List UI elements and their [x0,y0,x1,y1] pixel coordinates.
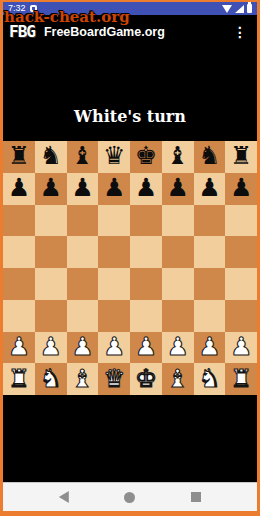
square-c2[interactable]: ♟ [67,332,99,364]
square-b4[interactable] [35,268,67,300]
piece-black-pawn: ♟ [166,175,188,200]
square-e3[interactable] [130,300,162,332]
square-f4[interactable] [162,268,194,300]
square-b7[interactable]: ♟ [35,173,67,205]
square-f8[interactable]: ♝ [162,141,194,173]
square-g3[interactable] [194,300,226,332]
piece-black-pawn: ♟ [39,175,61,200]
square-d8[interactable]: ♛ [98,141,130,173]
square-h5[interactable] [225,236,257,268]
piece-black-bishop: ♝ [71,143,93,168]
square-h4[interactable] [225,268,257,300]
home-button-icon[interactable] [124,492,135,503]
square-h2[interactable]: ♟ [225,332,257,364]
chess-board[interactable]: ♜♞♝♛♚♝♞♜♟♟♟♟♟♟♟♟♟♟♟♟♟♟♟♟♜♞♝♛♚♝♞♜ [3,141,257,395]
piece-white-pawn: ♟ [230,334,252,359]
square-a6[interactable] [3,205,35,237]
piece-white-king: ♚ [135,366,157,391]
square-c1[interactable]: ♝ [67,363,99,395]
square-c4[interactable] [67,268,99,300]
status-icons [222,4,252,13]
turn-banner: White's turn [3,48,257,141]
overflow-menu-icon[interactable]: ⋮ [233,25,247,39]
piece-white-knight: ♞ [39,366,61,391]
square-h3[interactable] [225,300,257,332]
square-f5[interactable] [162,236,194,268]
piece-black-king: ♚ [135,143,157,168]
square-a2[interactable]: ♟ [3,332,35,364]
android-nav-bar [3,482,257,511]
piece-black-rook: ♜ [230,143,252,168]
piece-white-knight: ♞ [198,366,220,391]
square-b5[interactable] [35,236,67,268]
square-a5[interactable] [3,236,35,268]
piece-black-pawn: ♟ [71,175,93,200]
piece-black-knight: ♞ [39,143,61,168]
square-b8[interactable]: ♞ [35,141,67,173]
square-g8[interactable]: ♞ [194,141,226,173]
square-e6[interactable] [130,205,162,237]
square-f7[interactable]: ♟ [162,173,194,205]
piece-black-pawn: ♟ [103,175,125,200]
piece-white-queen: ♛ [103,366,125,391]
square-a7[interactable]: ♟ [3,173,35,205]
square-a8[interactable]: ♜ [3,141,35,173]
piece-white-pawn: ♟ [39,334,61,359]
piece-white-pawn: ♟ [198,334,220,359]
square-c5[interactable] [67,236,99,268]
app-title: FreeBoardGame.org [44,25,165,39]
square-f3[interactable] [162,300,194,332]
square-a1[interactable]: ♜ [3,363,35,395]
square-g1[interactable]: ♞ [194,363,226,395]
square-e1[interactable]: ♚ [130,363,162,395]
square-e5[interactable] [130,236,162,268]
piece-black-bishop: ♝ [166,143,188,168]
wifi-icon [222,5,232,13]
square-d2[interactable]: ♟ [98,332,130,364]
square-e2[interactable]: ♟ [130,332,162,364]
piece-black-pawn: ♟ [230,175,252,200]
square-b1[interactable]: ♞ [35,363,67,395]
watermark-text: hack-cheat.org [4,8,130,26]
square-c3[interactable] [67,300,99,332]
square-g4[interactable] [194,268,226,300]
phone-screen: hack-cheat.org 7:32 FBG FreeBoardGame.or… [0,0,260,516]
piece-black-knight: ♞ [198,143,220,168]
piece-white-pawn: ♟ [135,334,157,359]
signal-icon [235,5,244,13]
square-c6[interactable] [67,205,99,237]
square-d1[interactable]: ♛ [98,363,130,395]
square-b6[interactable] [35,205,67,237]
square-c7[interactable]: ♟ [67,173,99,205]
square-d7[interactable]: ♟ [98,173,130,205]
square-d5[interactable] [98,236,130,268]
square-b3[interactable] [35,300,67,332]
square-b2[interactable]: ♟ [35,332,67,364]
piece-white-pawn: ♟ [166,334,188,359]
square-g7[interactable]: ♟ [194,173,226,205]
square-g6[interactable] [194,205,226,237]
square-h6[interactable] [225,205,257,237]
piece-white-rook: ♜ [230,366,252,391]
square-g5[interactable] [194,236,226,268]
square-d6[interactable] [98,205,130,237]
square-c8[interactable]: ♝ [67,141,99,173]
square-a3[interactable] [3,300,35,332]
piece-black-pawn: ♟ [198,175,220,200]
square-a4[interactable] [3,268,35,300]
recent-apps-icon[interactable] [191,492,201,502]
square-h7[interactable]: ♟ [225,173,257,205]
back-button-icon[interactable] [59,491,69,503]
square-e8[interactable]: ♚ [130,141,162,173]
piece-black-rook: ♜ [8,143,30,168]
square-h1[interactable]: ♜ [225,363,257,395]
square-h8[interactable]: ♜ [225,141,257,173]
square-g2[interactable]: ♟ [194,332,226,364]
lower-black-area [3,395,257,482]
piece-white-pawn: ♟ [103,334,125,359]
piece-white-bishop: ♝ [166,366,188,391]
square-f1[interactable]: ♝ [162,363,194,395]
square-d4[interactable] [98,268,130,300]
piece-white-pawn: ♟ [8,334,30,359]
square-f6[interactable] [162,205,194,237]
square-d3[interactable] [98,300,130,332]
turn-text: White's turn [74,107,186,126]
square-e7[interactable]: ♟ [130,173,162,205]
square-f2[interactable]: ♟ [162,332,194,364]
piece-black-queen: ♛ [103,143,125,168]
piece-white-rook: ♜ [8,366,30,391]
piece-white-pawn: ♟ [71,334,93,359]
square-e4[interactable] [130,268,162,300]
piece-black-pawn: ♟ [135,175,157,200]
piece-white-bishop: ♝ [71,366,93,391]
battery-icon [247,4,252,13]
piece-black-pawn: ♟ [8,175,30,200]
